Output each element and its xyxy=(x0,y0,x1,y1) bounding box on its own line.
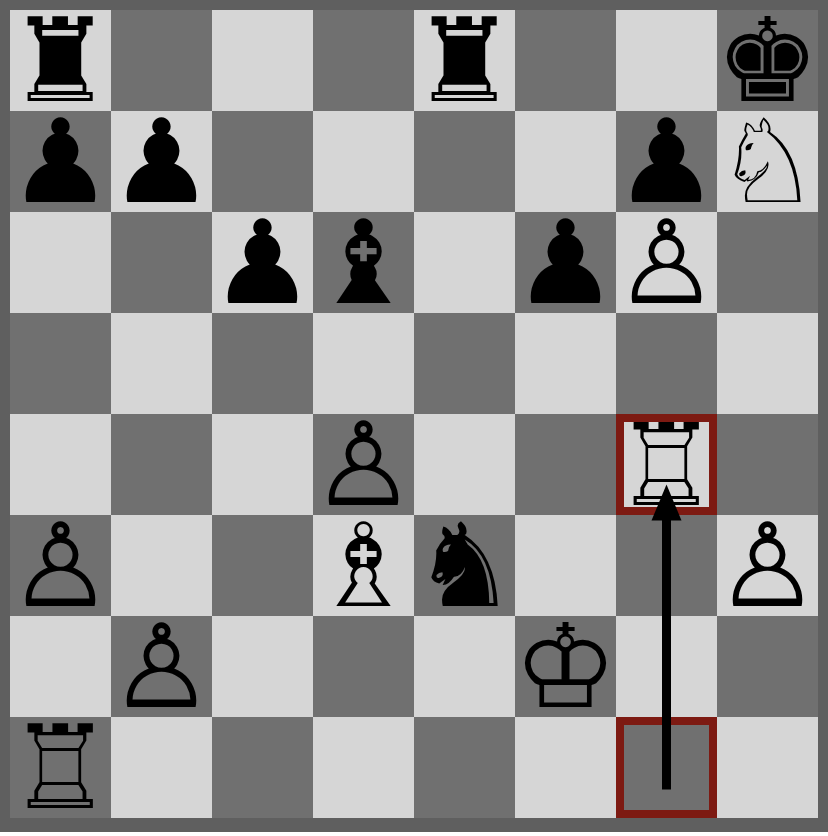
square-e7[interactable] xyxy=(414,111,515,212)
square-h3[interactable]: ♙ xyxy=(717,515,818,616)
square-f6[interactable]: ♟ xyxy=(515,212,616,313)
black-pawn-f6: ♟ xyxy=(514,205,618,321)
black-bishop-d6: ♝ xyxy=(312,205,416,321)
black-knight-e3: ♞ xyxy=(413,508,517,624)
black-pawn-g7: ♟ xyxy=(615,104,719,220)
square-c2[interactable] xyxy=(212,616,313,717)
square-g8[interactable] xyxy=(616,10,717,111)
square-c8[interactable] xyxy=(212,10,313,111)
square-e4[interactable] xyxy=(414,414,515,515)
square-b3[interactable] xyxy=(111,515,212,616)
square-f4[interactable] xyxy=(515,414,616,515)
white-rook-a1: ♖ xyxy=(9,710,113,826)
square-d6[interactable]: ♝ xyxy=(313,212,414,313)
square-a1[interactable]: ♖ xyxy=(10,717,111,818)
square-c7[interactable] xyxy=(212,111,313,212)
white-pawn-g6: ♙ xyxy=(615,205,719,321)
square-e3[interactable]: ♞ xyxy=(414,515,515,616)
square-d1[interactable] xyxy=(313,717,414,818)
white-king-f2: ♔ xyxy=(514,609,618,725)
square-g4[interactable]: ♖ xyxy=(616,414,717,515)
square-b7[interactable]: ♟ xyxy=(111,111,212,212)
square-f8[interactable] xyxy=(515,10,616,111)
square-f5[interactable] xyxy=(515,313,616,414)
white-pawn-b2: ♙ xyxy=(110,609,214,725)
square-h6[interactable] xyxy=(717,212,818,313)
black-pawn-a7: ♟ xyxy=(9,104,113,220)
square-a7[interactable]: ♟ xyxy=(10,111,111,212)
square-a8[interactable]: ♜ xyxy=(10,10,111,111)
square-h5[interactable] xyxy=(717,313,818,414)
square-e6[interactable] xyxy=(414,212,515,313)
square-e5[interactable] xyxy=(414,313,515,414)
square-c3[interactable] xyxy=(212,515,313,616)
square-b5[interactable] xyxy=(111,313,212,414)
square-b8[interactable] xyxy=(111,10,212,111)
square-c6[interactable]: ♟ xyxy=(212,212,313,313)
square-h8[interactable]: ♚ xyxy=(717,10,818,111)
black-pawn-c6: ♟ xyxy=(211,205,315,321)
square-e8[interactable]: ♜ xyxy=(414,10,515,111)
square-g1[interactable] xyxy=(616,717,717,818)
square-c1[interactable] xyxy=(212,717,313,818)
square-a6[interactable] xyxy=(10,212,111,313)
square-d3[interactable]: ♗ xyxy=(313,515,414,616)
black-pawn-b7: ♟ xyxy=(110,104,214,220)
white-pawn-d4: ♙ xyxy=(312,407,416,523)
square-g5[interactable] xyxy=(616,313,717,414)
square-a4[interactable] xyxy=(10,414,111,515)
square-f1[interactable] xyxy=(515,717,616,818)
square-d8[interactable] xyxy=(313,10,414,111)
square-f3[interactable] xyxy=(515,515,616,616)
square-f7[interactable] xyxy=(515,111,616,212)
square-d5[interactable] xyxy=(313,313,414,414)
square-g7[interactable]: ♟ xyxy=(616,111,717,212)
black-rook-a8: ♜ xyxy=(9,3,113,119)
white-bishop-d3: ♗ xyxy=(312,508,416,624)
square-e2[interactable] xyxy=(414,616,515,717)
white-pawn-h3: ♙ xyxy=(716,508,820,624)
square-h4[interactable] xyxy=(717,414,818,515)
white-rook-g4: ♖ xyxy=(615,407,719,523)
chess-board: ♜♜♚♟♟♟♘♟♝♟♙♙♖♙♗♞♙♙♔♖ xyxy=(10,10,818,818)
chess-board-frame: ♜♜♚♟♟♟♘♟♝♟♙♙♖♙♗♞♙♙♔♖ xyxy=(0,0,828,832)
black-king-h8: ♚ xyxy=(716,3,820,119)
square-c4[interactable] xyxy=(212,414,313,515)
square-h1[interactable] xyxy=(717,717,818,818)
square-b4[interactable] xyxy=(111,414,212,515)
square-h2[interactable] xyxy=(717,616,818,717)
square-b1[interactable] xyxy=(111,717,212,818)
square-f2[interactable]: ♔ xyxy=(515,616,616,717)
square-e1[interactable] xyxy=(414,717,515,818)
square-a2[interactable] xyxy=(10,616,111,717)
square-a5[interactable] xyxy=(10,313,111,414)
square-g3[interactable] xyxy=(616,515,717,616)
square-d2[interactable] xyxy=(313,616,414,717)
square-d4[interactable]: ♙ xyxy=(313,414,414,515)
square-a3[interactable]: ♙ xyxy=(10,515,111,616)
square-g6[interactable]: ♙ xyxy=(616,212,717,313)
square-c5[interactable] xyxy=(212,313,313,414)
square-g2[interactable] xyxy=(616,616,717,717)
square-b2[interactable]: ♙ xyxy=(111,616,212,717)
black-rook-e8: ♜ xyxy=(413,3,517,119)
square-h7[interactable]: ♘ xyxy=(717,111,818,212)
white-pawn-a3: ♙ xyxy=(9,508,113,624)
white-knight-h7: ♘ xyxy=(716,104,820,220)
square-d7[interactable] xyxy=(313,111,414,212)
square-b6[interactable] xyxy=(111,212,212,313)
